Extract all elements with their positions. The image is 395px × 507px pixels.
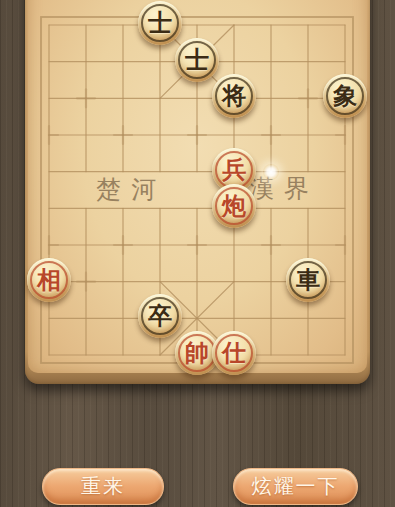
red-advisor-piece[interactable]: 仕	[212, 331, 256, 375]
show-off-button[interactable]: 炫耀一下	[233, 468, 358, 505]
sparkle-effect-icon	[263, 164, 279, 180]
piece-glyph: 将	[212, 74, 256, 118]
red-elephant-piece[interactable]: 相	[27, 258, 71, 302]
piece-glyph: 炮	[212, 184, 256, 228]
river-label-left: 楚河	[86, 173, 166, 206]
red-cannon-piece[interactable]: 炮	[212, 184, 256, 228]
piece-glyph: 車	[286, 258, 330, 302]
black-general-piece[interactable]: 将	[212, 74, 256, 118]
piece-glyph: 相	[27, 258, 71, 302]
black-elephant-piece[interactable]: 象	[323, 74, 367, 118]
piece-glyph: 象	[323, 74, 367, 118]
piece-glyph: 仕	[212, 331, 256, 375]
restart-button[interactable]: 重来	[42, 468, 164, 505]
black-chariot-piece[interactable]: 車	[286, 258, 330, 302]
